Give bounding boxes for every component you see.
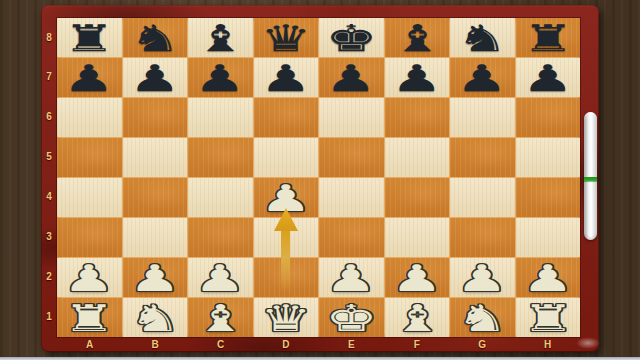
square-h1[interactable]: ♜	[516, 298, 581, 337]
square-d5[interactable]	[254, 138, 319, 177]
file-label-f: F	[407, 339, 427, 351]
square-h4[interactable]	[516, 178, 581, 217]
square-a1[interactable]: ♜	[57, 298, 122, 337]
square-b2[interactable]: ♟	[123, 258, 188, 297]
square-e6[interactable]	[319, 98, 384, 137]
square-e5[interactable]	[319, 138, 384, 177]
piece-black-bishop[interactable]: ♝	[194, 20, 246, 57]
file-label-g: G	[472, 339, 492, 351]
square-b6[interactable]	[123, 98, 188, 137]
piece-white-pawn[interactable]: ♟	[325, 260, 377, 297]
rank-label-5: 5	[41, 151, 57, 163]
square-a5[interactable]	[57, 138, 122, 177]
file-label-d: D	[276, 339, 296, 351]
rank-label-6: 6	[41, 111, 57, 123]
piece-white-pawn[interactable]: ♟	[63, 260, 115, 297]
square-f4[interactable]	[385, 178, 450, 217]
square-g6[interactable]	[450, 98, 515, 137]
piece-white-rook[interactable]: ♜	[63, 300, 115, 337]
square-f7[interactable]: ♟	[385, 58, 450, 97]
square-d3[interactable]	[254, 218, 319, 257]
square-f8[interactable]: ♝	[385, 18, 450, 57]
square-a4[interactable]	[57, 178, 122, 217]
square-e2[interactable]: ♟	[319, 258, 384, 297]
square-g3[interactable]	[450, 218, 515, 257]
square-g4[interactable]	[450, 178, 515, 217]
rank-label-8: 8	[41, 32, 57, 44]
square-c2[interactable]: ♟	[188, 258, 253, 297]
piece-white-pawn[interactable]: ♟	[260, 180, 312, 217]
piece-black-pawn[interactable]: ♟	[522, 60, 574, 97]
square-g8[interactable]: ♞	[450, 18, 515, 57]
piece-black-rook[interactable]: ♜	[63, 20, 115, 57]
piece-black-pawn[interactable]: ♟	[63, 60, 115, 97]
piece-black-knight[interactable]: ♞	[456, 20, 508, 57]
square-a8[interactable]: ♜	[57, 18, 122, 57]
rank-label-1: 1	[41, 311, 57, 323]
square-c5[interactable]	[188, 138, 253, 177]
square-e3[interactable]	[319, 218, 384, 257]
square-g7[interactable]: ♟	[450, 58, 515, 97]
square-d4[interactable]: ♟	[254, 178, 319, 217]
rank-label-4: 4	[41, 191, 57, 203]
square-a6[interactable]	[57, 98, 122, 137]
square-g2[interactable]: ♟	[450, 258, 515, 297]
square-h5[interactable]	[516, 138, 581, 177]
slider-green-marker	[584, 177, 597, 181]
square-c4[interactable]	[188, 178, 253, 217]
square-h7[interactable]: ♟	[516, 58, 581, 97]
square-g1[interactable]: ♞	[450, 298, 515, 337]
square-d7[interactable]: ♟	[254, 58, 319, 97]
square-h8[interactable]: ♜	[516, 18, 581, 57]
square-b5[interactable]	[123, 138, 188, 177]
square-c8[interactable]: ♝	[188, 18, 253, 57]
square-f5[interactable]	[385, 138, 450, 177]
piece-white-rook[interactable]: ♜	[522, 300, 574, 337]
square-f3[interactable]	[385, 218, 450, 257]
piece-white-bishop[interactable]: ♝	[391, 300, 443, 337]
piece-black-king[interactable]: ♚	[325, 20, 377, 57]
piece-white-king[interactable]: ♚	[325, 300, 377, 337]
square-d8[interactable]: ♛	[254, 18, 319, 57]
piece-black-knight[interactable]: ♞	[129, 20, 181, 57]
piece-black-rook[interactable]: ♜	[522, 20, 574, 57]
square-c6[interactable]	[188, 98, 253, 137]
piece-white-pawn[interactable]: ♟	[129, 260, 181, 297]
square-g5[interactable]	[450, 138, 515, 177]
square-h2[interactable]: ♟	[516, 258, 581, 297]
square-a2[interactable]: ♟	[57, 258, 122, 297]
square-f2[interactable]: ♟	[385, 258, 450, 297]
square-d6[interactable]	[254, 98, 319, 137]
rank-label-2: 2	[41, 271, 57, 283]
square-e8[interactable]: ♚	[319, 18, 384, 57]
square-f6[interactable]	[385, 98, 450, 137]
square-b8[interactable]: ♞	[123, 18, 188, 57]
square-d2[interactable]	[254, 258, 319, 297]
side-slider[interactable]	[584, 112, 597, 240]
square-h3[interactable]	[516, 218, 581, 257]
piece-white-pawn[interactable]: ♟	[391, 260, 443, 297]
piece-white-pawn[interactable]: ♟	[194, 260, 246, 297]
rank-label-3: 3	[41, 231, 57, 243]
file-label-h: H	[538, 339, 558, 351]
square-b3[interactable]	[123, 218, 188, 257]
piece-black-bishop[interactable]: ♝	[391, 20, 443, 57]
rank-label-7: 7	[41, 71, 57, 83]
file-label-e: E	[341, 339, 361, 351]
square-b4[interactable]	[123, 178, 188, 217]
square-a3[interactable]	[57, 218, 122, 257]
piece-white-pawn[interactable]: ♟	[456, 260, 508, 297]
piece-black-queen[interactable]: ♛	[260, 20, 312, 57]
square-f1[interactable]: ♝	[385, 298, 450, 337]
square-a7[interactable]: ♟	[57, 58, 122, 97]
piece-black-pawn[interactable]: ♟	[325, 60, 377, 97]
file-label-b: B	[145, 339, 165, 351]
piece-white-queen[interactable]: ♛	[260, 300, 312, 337]
square-c3[interactable]	[188, 218, 253, 257]
board-frame: ♜♞♝♛♚♝♞♜♟♟♟♟♟♟♟♟♟♟♟♟♟♟♟♟♜♞♝♛♚♝♞♜ 8765432…	[41, 5, 599, 352]
square-c7[interactable]: ♟	[188, 58, 253, 97]
square-h6[interactable]	[516, 98, 581, 137]
piece-black-pawn[interactable]: ♟	[260, 60, 312, 97]
square-b1[interactable]: ♞	[123, 298, 188, 337]
piece-black-pawn[interactable]: ♟	[391, 60, 443, 97]
piece-black-pawn[interactable]: ♟	[194, 60, 246, 97]
piece-black-pawn[interactable]: ♟	[456, 60, 508, 97]
square-d1[interactable]: ♛	[254, 298, 319, 337]
chess-board: ♜♞♝♛♚♝♞♜♟♟♟♟♟♟♟♟♟♟♟♟♟♟♟♟♜♞♝♛♚♝♞♜	[57, 18, 580, 337]
piece-white-knight[interactable]: ♞	[129, 300, 181, 337]
square-e7[interactable]: ♟	[319, 58, 384, 97]
piece-white-knight[interactable]: ♞	[456, 300, 508, 337]
piece-black-pawn[interactable]: ♟	[129, 60, 181, 97]
piece-white-pawn[interactable]: ♟	[522, 260, 574, 297]
square-b7[interactable]: ♟	[123, 58, 188, 97]
piece-white-bishop[interactable]: ♝	[194, 300, 246, 337]
square-c1[interactable]: ♝	[188, 298, 253, 337]
file-label-a: A	[80, 339, 100, 351]
square-e4[interactable]	[319, 178, 384, 217]
square-e1[interactable]: ♚	[319, 298, 384, 337]
file-label-c: C	[211, 339, 231, 351]
